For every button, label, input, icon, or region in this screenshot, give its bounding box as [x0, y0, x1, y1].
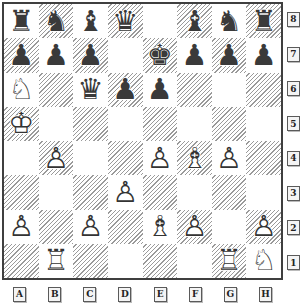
square-h2[interactable]: ♟♙ [246, 210, 281, 244]
square-f6[interactable] [177, 73, 212, 107]
white-pawn-icon: ♙ [73, 210, 108, 244]
square-d4[interactable] [108, 141, 143, 175]
file-label-b: B [48, 287, 61, 302]
white-bishop-icon: ♝ [177, 141, 212, 175]
black-queen-icon: ♛ [73, 73, 108, 107]
rank-label-8: 8 [287, 12, 300, 27]
white-king-icon: ♔ [4, 107, 39, 141]
white-bishop-icon: ♗ [143, 210, 178, 244]
white-rook-icon: ♜ [39, 244, 74, 278]
square-b1[interactable]: ♜♖ [39, 244, 74, 278]
rank-label-1: 1 [287, 255, 300, 270]
rank-label-4: 4 [287, 151, 300, 166]
black-queen-icon: ♛ [108, 4, 143, 38]
square-c7[interactable]: ♟ [73, 38, 108, 72]
square-c3[interactable] [73, 175, 108, 209]
white-pawn-icon: ♟ [177, 210, 212, 244]
square-e7[interactable]: ♚ [143, 38, 178, 72]
square-a3[interactable] [4, 175, 39, 209]
square-d3[interactable]: ♟♙ [108, 175, 143, 209]
black-pawn-icon: ♟ [4, 38, 39, 72]
square-f7[interactable]: ♟ [177, 38, 212, 72]
file-label-c: C [83, 287, 96, 302]
white-pawn-icon: ♙ [143, 141, 178, 175]
square-g6[interactable] [212, 73, 247, 107]
square-h8[interactable]: ♜ [246, 4, 281, 38]
square-e3[interactable] [143, 175, 178, 209]
file-label-h: H [259, 287, 272, 302]
white-knight-icon: ♘ [4, 73, 39, 107]
square-g5[interactable] [212, 107, 247, 141]
square-g3[interactable] [212, 175, 247, 209]
rank-labels: 87654321 [287, 2, 300, 280]
white-rook-icon: ♖ [212, 244, 247, 278]
black-king-icon: ♚ [143, 38, 178, 72]
chess-board: ♜♞♝♛♝♞♜♟♟♟♚♟♟♟♞♘♛♟♟♚♔♟♙♟♙♝♗♟♙♟♙♟♙♟♙♝♗♟♙♟… [2, 2, 283, 280]
square-e4[interactable]: ♟♙ [143, 141, 178, 175]
white-pawn-icon: ♙ [108, 175, 143, 209]
square-c1[interactable] [73, 244, 108, 278]
square-a6[interactable]: ♞♘ [4, 73, 39, 107]
file-label-a: A [13, 287, 26, 302]
white-pawn-icon: ♙ [212, 141, 247, 175]
square-b7[interactable]: ♟ [39, 38, 74, 72]
file-label-f: F [189, 287, 202, 302]
square-a1[interactable] [4, 244, 39, 278]
square-c8[interactable]: ♝ [73, 4, 108, 38]
white-bishop-icon: ♗ [177, 141, 212, 175]
white-pawn-icon: ♙ [39, 141, 74, 175]
square-f2[interactable]: ♟♙ [177, 210, 212, 244]
square-g7[interactable]: ♟ [212, 38, 247, 72]
black-pawn-icon: ♟ [212, 38, 247, 72]
square-b3[interactable] [39, 175, 74, 209]
rank-label-3: 3 [287, 186, 300, 201]
square-f1[interactable] [177, 244, 212, 278]
rank-label-2: 2 [287, 220, 300, 235]
square-c2[interactable]: ♟♙ [73, 210, 108, 244]
black-pawn-icon: ♟ [108, 73, 143, 107]
black-rook-icon: ♜ [4, 4, 39, 38]
white-pawn-icon: ♟ [212, 141, 247, 175]
white-knight-icon: ♘ [246, 244, 281, 278]
square-f5[interactable] [177, 107, 212, 141]
file-label-d: D [118, 287, 131, 302]
square-c4[interactable] [73, 141, 108, 175]
square-a2[interactable]: ♟♙ [4, 210, 39, 244]
square-e2[interactable]: ♝♗ [143, 210, 178, 244]
rank-label-6: 6 [287, 81, 300, 96]
black-pawn-icon: ♟ [39, 38, 74, 72]
square-h6[interactable] [246, 73, 281, 107]
white-knight-icon: ♞ [4, 73, 39, 107]
black-knight-icon: ♞ [212, 4, 247, 38]
square-a5[interactable]: ♚♔ [4, 107, 39, 141]
square-a8[interactable]: ♜ [4, 4, 39, 38]
white-pawn-icon: ♟ [143, 141, 178, 175]
square-d8[interactable]: ♛ [108, 4, 143, 38]
black-pawn-icon: ♟ [177, 38, 212, 72]
white-pawn-icon: ♟ [246, 210, 281, 244]
square-h5[interactable] [246, 107, 281, 141]
square-f8[interactable]: ♝ [177, 4, 212, 38]
black-pawn-icon: ♟ [73, 38, 108, 72]
square-e1[interactable] [143, 244, 178, 278]
white-rook-icon: ♜ [212, 244, 247, 278]
white-pawn-icon: ♟ [73, 210, 108, 244]
file-label-e: E [154, 287, 167, 302]
black-knight-icon: ♞ [39, 4, 74, 38]
square-a4[interactable] [4, 141, 39, 175]
square-e8[interactable] [143, 4, 178, 38]
square-d7[interactable] [108, 38, 143, 72]
black-pawn-icon: ♟ [143, 73, 178, 107]
black-bishop-icon: ♝ [177, 4, 212, 38]
square-b5[interactable] [39, 107, 74, 141]
square-e6[interactable]: ♟ [143, 73, 178, 107]
square-b4[interactable]: ♟♙ [39, 141, 74, 175]
square-h4[interactable] [246, 141, 281, 175]
square-d2[interactable] [108, 210, 143, 244]
white-pawn-icon: ♙ [4, 210, 39, 244]
white-pawn-icon: ♙ [177, 210, 212, 244]
square-c6[interactable]: ♛ [73, 73, 108, 107]
black-pawn-icon: ♟ [246, 38, 281, 72]
square-d5[interactable] [108, 107, 143, 141]
file-label-g: G [224, 287, 237, 302]
file-labels: ABCDEFGH [2, 285, 283, 303]
white-king-icon: ♚ [4, 107, 39, 141]
square-c5[interactable] [73, 107, 108, 141]
white-pawn-icon: ♟ [108, 175, 143, 209]
square-g4[interactable]: ♟♙ [212, 141, 247, 175]
square-h1[interactable]: ♞♘ [246, 244, 281, 278]
black-rook-icon: ♜ [246, 4, 281, 38]
square-f4[interactable]: ♝♗ [177, 141, 212, 175]
square-d6[interactable]: ♟ [108, 73, 143, 107]
square-f3[interactable] [177, 175, 212, 209]
square-a7[interactable]: ♟ [4, 38, 39, 72]
rank-label-7: 7 [287, 47, 300, 62]
white-pawn-icon: ♟ [4, 210, 39, 244]
black-bishop-icon: ♝ [73, 4, 108, 38]
white-pawn-icon: ♟ [39, 141, 74, 175]
square-h7[interactable]: ♟ [246, 38, 281, 72]
square-g2[interactable] [212, 210, 247, 244]
square-b2[interactable] [39, 210, 74, 244]
square-b8[interactable]: ♞ [39, 4, 74, 38]
white-bishop-icon: ♝ [143, 210, 178, 244]
square-g8[interactable]: ♞ [212, 4, 247, 38]
rank-label-5: 5 [287, 116, 300, 131]
white-rook-icon: ♖ [39, 244, 74, 278]
white-knight-icon: ♞ [246, 244, 281, 278]
square-g1[interactable]: ♜♖ [212, 244, 247, 278]
square-e5[interactable] [143, 107, 178, 141]
square-b6[interactable] [39, 73, 74, 107]
square-d1[interactable] [108, 244, 143, 278]
square-h3[interactable] [246, 175, 281, 209]
white-pawn-icon: ♙ [246, 210, 281, 244]
